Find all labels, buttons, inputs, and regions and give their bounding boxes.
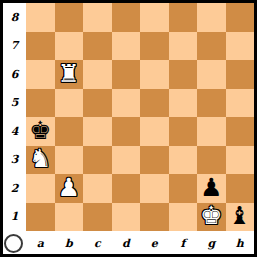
square-e6[interactable] [140,60,169,89]
square-c6[interactable] [83,60,112,89]
black-bishop: ♝ [229,203,251,228]
square-c3[interactable] [83,146,112,175]
square-h5[interactable] [226,89,255,118]
rank-label-7: 7 [3,32,26,61]
square-d2[interactable] [112,174,141,203]
square-c2[interactable] [83,174,112,203]
square-f8[interactable] [169,3,198,32]
rank-label-5: 5 [3,89,26,118]
square-e5[interactable] [140,89,169,118]
black-king: ♚ [29,118,51,143]
square-g7[interactable] [197,32,226,61]
square-c7[interactable] [83,32,112,61]
square-b6[interactable]: ♜ [55,60,84,89]
square-c8[interactable] [83,3,112,32]
square-g1[interactable]: ♚ [197,203,226,232]
file-label-b: b [55,231,84,254]
square-b3[interactable] [55,146,84,175]
square-e1[interactable] [140,203,169,232]
file-label-g: g [197,231,226,254]
square-e4[interactable] [140,117,169,146]
square-d1[interactable] [112,203,141,232]
square-d6[interactable] [112,60,141,89]
square-b1[interactable] [55,203,84,232]
square-e2[interactable] [140,174,169,203]
rank-label-2: 2 [3,174,26,203]
square-f1[interactable] [169,203,198,232]
square-d3[interactable] [112,146,141,175]
square-h7[interactable] [226,32,255,61]
rank-labels: 87654321 [3,3,26,231]
square-b2[interactable]: ♟ [55,174,84,203]
square-d7[interactable] [112,32,141,61]
square-a3[interactable]: ♞ [26,146,55,175]
square-a1[interactable] [26,203,55,232]
rank-label-1: 1 [3,203,26,232]
square-g4[interactable] [197,117,226,146]
square-b7[interactable] [55,32,84,61]
square-h2[interactable] [226,174,255,203]
white-to-move-indicator-icon [4,234,23,253]
square-d8[interactable] [112,3,141,32]
square-a7[interactable] [26,32,55,61]
square-d4[interactable] [112,117,141,146]
file-label-h: h [226,231,255,254]
white-pawn: ♟ [58,175,80,200]
file-label-e: e [140,231,169,254]
square-b4[interactable] [55,117,84,146]
rank-label-6: 6 [3,60,26,89]
turn-indicator-area [3,231,26,254]
square-b8[interactable] [55,3,84,32]
white-knight: ♞ [29,146,51,171]
square-g5[interactable] [197,89,226,118]
square-h8[interactable] [226,3,255,32]
square-c4[interactable] [83,117,112,146]
square-c5[interactable] [83,89,112,118]
square-a8[interactable] [26,3,55,32]
file-label-f: f [169,231,198,254]
square-f5[interactable] [169,89,198,118]
square-e7[interactable] [140,32,169,61]
square-e8[interactable] [140,3,169,32]
rank-label-3: 3 [3,146,26,175]
square-a4[interactable]: ♚ [26,117,55,146]
file-label-c: c [83,231,112,254]
square-h1[interactable]: ♝ [226,203,255,232]
rank-label-4: 4 [3,117,26,146]
square-a2[interactable] [26,174,55,203]
square-g8[interactable] [197,3,226,32]
chess-diagram: 87654321 ♜♚♞♟♟♚♝ abcdefgh [0,0,257,257]
square-h6[interactable] [226,60,255,89]
file-label-a: a [26,231,55,254]
square-g3[interactable] [197,146,226,175]
file-label-d: d [112,231,141,254]
square-f2[interactable] [169,174,198,203]
square-f7[interactable] [169,32,198,61]
file-labels: abcdefgh [26,231,254,254]
square-b5[interactable] [55,89,84,118]
square-g2[interactable]: ♟ [197,174,226,203]
square-f3[interactable] [169,146,198,175]
square-c1[interactable] [83,203,112,232]
square-h4[interactable] [226,117,255,146]
square-d5[interactable] [112,89,141,118]
white-king: ♚ [200,203,222,228]
square-f4[interactable] [169,117,198,146]
square-a5[interactable] [26,89,55,118]
square-a6[interactable] [26,60,55,89]
square-e3[interactable] [140,146,169,175]
chess-board: ♜♚♞♟♟♚♝ [26,3,254,231]
white-rook: ♜ [58,61,80,86]
square-g6[interactable] [197,60,226,89]
square-h3[interactable] [226,146,255,175]
rank-label-8: 8 [3,3,26,32]
black-pawn: ♟ [200,175,222,200]
square-f6[interactable] [169,60,198,89]
